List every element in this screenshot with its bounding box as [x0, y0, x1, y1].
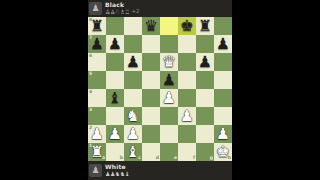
- chess-board: 8♜♛♚♜7♟♟♟6♟♛♟5♟4♝♟3♞♟2♟♟♟♟1a♜bc♝defgh♚: [88, 17, 232, 161]
- square-d4[interactable]: [142, 89, 160, 107]
- black-pawn-e5[interactable]: ♟: [160, 71, 178, 89]
- square-b3[interactable]: [106, 107, 124, 125]
- square-b8[interactable]: [106, 17, 124, 35]
- black-pawn-g6[interactable]: ♟: [196, 53, 214, 71]
- square-g8[interactable]: ♜: [196, 17, 214, 35]
- white-avatar[interactable]: ♟: [89, 164, 102, 177]
- black-material-score: +2: [131, 9, 139, 15]
- rank-label-4: 4: [89, 90, 92, 95]
- square-h1[interactable]: h♚: [214, 143, 232, 161]
- square-f8[interactable]: ♚: [178, 17, 196, 35]
- square-f4[interactable]: [178, 89, 196, 107]
- square-a4[interactable]: 4: [88, 89, 106, 107]
- square-h2[interactable]: ♟: [214, 125, 232, 143]
- square-d8[interactable]: ♛: [142, 17, 160, 35]
- white-rook-a1[interactable]: ♜: [88, 143, 106, 161]
- square-a6[interactable]: 6: [88, 53, 106, 71]
- black-pawn-a7[interactable]: ♟: [88, 35, 106, 53]
- square-c6[interactable]: ♟: [124, 53, 142, 71]
- square-h4[interactable]: [214, 89, 232, 107]
- square-f1[interactable]: f: [178, 143, 196, 161]
- file-label-e: e: [174, 156, 177, 161]
- square-h7[interactable]: ♟: [214, 35, 232, 53]
- black-captured-pieces: ♙♙♘♗♖: [105, 9, 129, 15]
- white-pawn-a2[interactable]: ♟: [88, 125, 106, 143]
- square-f6[interactable]: [178, 53, 196, 71]
- white-pawn-f3[interactable]: ♟: [178, 107, 196, 125]
- square-d6[interactable]: [142, 53, 160, 71]
- square-d7[interactable]: [142, 35, 160, 53]
- black-rook-g8[interactable]: ♜: [196, 17, 214, 35]
- square-f7[interactable]: [178, 35, 196, 53]
- square-f3[interactable]: ♟: [178, 107, 196, 125]
- chess-app: ♟ Black ♙♙♘♗♖ +2 8♜♛♚♜7♟♟♟6♟♛♟5♟4♝♟3♞♟2♟…: [88, 0, 232, 180]
- square-h6[interactable]: [214, 53, 232, 71]
- square-h5[interactable]: [214, 71, 232, 89]
- square-c4[interactable]: [124, 89, 142, 107]
- file-label-d: d: [156, 156, 159, 161]
- square-g3[interactable]: [196, 107, 214, 125]
- video-frame: ♟ Black ♙♙♘♗♖ +2 8♜♛♚♜7♟♟♟6♟♛♟5♟4♝♟3♞♟2♟…: [0, 0, 320, 180]
- square-b5[interactable]: [106, 71, 124, 89]
- square-d2[interactable]: [142, 125, 160, 143]
- white-pawn-c2[interactable]: ♟: [124, 125, 142, 143]
- square-e4[interactable]: ♟: [160, 89, 178, 107]
- rank-label-6: 6: [89, 54, 92, 59]
- white-queen-e6[interactable]: ♛: [160, 53, 178, 71]
- black-avatar[interactable]: ♟: [89, 2, 102, 15]
- square-b1[interactable]: b: [106, 143, 124, 161]
- square-a1[interactable]: 1a♜: [88, 143, 106, 161]
- square-g7[interactable]: [196, 35, 214, 53]
- square-a7[interactable]: 7♟: [88, 35, 106, 53]
- square-e1[interactable]: e: [160, 143, 178, 161]
- square-c1[interactable]: c♝: [124, 143, 142, 161]
- square-a2[interactable]: 2♟: [88, 125, 106, 143]
- white-pawn-h2[interactable]: ♟: [214, 125, 232, 143]
- square-b6[interactable]: [106, 53, 124, 71]
- square-f2[interactable]: [178, 125, 196, 143]
- file-label-f: f: [193, 156, 195, 161]
- square-c5[interactable]: [124, 71, 142, 89]
- square-g5[interactable]: [196, 71, 214, 89]
- player-bar-black: ♟ Black ♙♙♘♗♖ +2: [88, 0, 232, 17]
- square-e7[interactable]: [160, 35, 178, 53]
- square-d5[interactable]: [142, 71, 160, 89]
- white-king-h1[interactable]: ♚: [214, 143, 232, 161]
- square-g2[interactable]: [196, 125, 214, 143]
- black-rook-a8[interactable]: ♜: [88, 17, 106, 35]
- square-e5[interactable]: ♟: [160, 71, 178, 89]
- square-e8[interactable]: [160, 17, 178, 35]
- square-d3[interactable]: [142, 107, 160, 125]
- rank-label-3: 3: [89, 108, 92, 113]
- square-a8[interactable]: 8♜: [88, 17, 106, 35]
- square-a3[interactable]: 3: [88, 107, 106, 125]
- square-e6[interactable]: ♛: [160, 53, 178, 71]
- square-b7[interactable]: ♟: [106, 35, 124, 53]
- square-c7[interactable]: [124, 35, 142, 53]
- black-pawn-h7[interactable]: ♟: [214, 35, 232, 53]
- black-pawn-b7[interactable]: ♟: [106, 35, 124, 53]
- square-e3[interactable]: [160, 107, 178, 125]
- white-pawn-e4[interactable]: ♟: [160, 89, 178, 107]
- white-bishop-c1[interactable]: ♝: [124, 143, 142, 161]
- square-g4[interactable]: [196, 89, 214, 107]
- square-f5[interactable]: [178, 71, 196, 89]
- black-bishop-b4[interactable]: ♝: [106, 89, 124, 107]
- square-c8[interactable]: [124, 17, 142, 35]
- white-pawn-b2[interactable]: ♟: [106, 125, 124, 143]
- black-pawn-c6[interactable]: ♟: [124, 53, 142, 71]
- square-d1[interactable]: d: [142, 143, 160, 161]
- player-bar-white: ♟ White ♟♟♞♞♝: [88, 161, 232, 180]
- square-g1[interactable]: g: [196, 143, 214, 161]
- white-knight-c3[interactable]: ♞: [124, 107, 142, 125]
- square-h8[interactable]: [214, 17, 232, 35]
- file-label-b: b: [120, 156, 123, 161]
- square-b4[interactable]: ♝: [106, 89, 124, 107]
- black-king-f8[interactable]: ♚: [178, 17, 196, 35]
- square-b2[interactable]: ♟: [106, 125, 124, 143]
- square-a5[interactable]: 5: [88, 71, 106, 89]
- rank-label-5: 5: [89, 72, 92, 77]
- square-c2[interactable]: ♟: [124, 125, 142, 143]
- square-e2[interactable]: [160, 125, 178, 143]
- black-queen-d8[interactable]: ♛: [142, 17, 160, 35]
- file-label-g: g: [210, 156, 213, 161]
- white-captured-pieces: ♟♟♞♞♝: [105, 171, 129, 177]
- square-g6[interactable]: ♟: [196, 53, 214, 71]
- square-c3[interactable]: ♞: [124, 107, 142, 125]
- square-h3[interactable]: [214, 107, 232, 125]
